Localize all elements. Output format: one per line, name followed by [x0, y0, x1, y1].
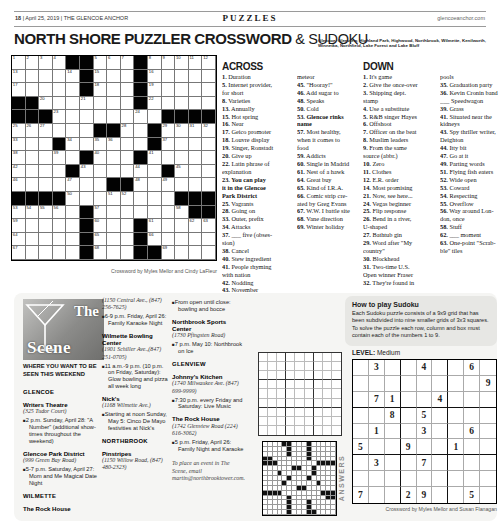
scene-event: Starting at noon Sunday, May 5: Cinco De… — [102, 411, 168, 432]
crossword-cell[interactable]: 23 — [53, 110, 67, 124]
crossword-cell[interactable] — [66, 83, 80, 97]
crossword-black-cell — [12, 110, 26, 124]
crossword-cell[interactable] — [94, 178, 108, 192]
crossword-cell[interactable] — [26, 83, 40, 97]
clue-line: 59. Addicts — [297, 152, 367, 160]
crossword-cell[interactable] — [162, 151, 176, 165]
crossword-cell[interactable]: 66 — [148, 233, 162, 247]
crossword-cell[interactable] — [162, 233, 176, 247]
crossword-cell[interactable]: 11 — [189, 56, 203, 70]
crossword-cell[interactable] — [107, 97, 121, 111]
crossword-cell[interactable]: 38 — [12, 151, 26, 165]
crossword-cell[interactable]: 47 — [66, 178, 80, 192]
crossword-cell[interactable]: 67 — [12, 246, 26, 260]
sudoku-cell[interactable] — [401, 424, 417, 440]
cell-number: 18 — [94, 83, 99, 87]
crossword-cell[interactable] — [175, 70, 189, 84]
crossword-cell[interactable]: 40 — [94, 151, 108, 165]
crossword-cell[interactable]: 14 — [66, 70, 80, 84]
crossword-cell[interactable] — [148, 206, 162, 220]
clue-line: 16. Near — [222, 120, 296, 128]
crossword-cell[interactable] — [202, 138, 216, 152]
sudoku-cell[interactable] — [464, 471, 480, 487]
sudoku-cell[interactable] — [401, 408, 417, 424]
crossword-cell[interactable]: 7 — [121, 56, 135, 70]
crossword-cell[interactable]: 49 — [162, 178, 176, 192]
crossword-cell[interactable]: 6 — [107, 56, 121, 70]
crossword-black-cell — [134, 246, 148, 260]
sudoku-cell — [277, 389, 286, 398]
clue-line: sion) — [222, 239, 296, 247]
crossword-cell[interactable]: 29 — [162, 124, 176, 138]
crossword-cell[interactable] — [26, 70, 40, 84]
crossword-cell[interactable] — [162, 83, 176, 97]
crossword-cell[interactable] — [53, 178, 67, 192]
sudoku-cell[interactable] — [385, 471, 401, 487]
crossword-cell[interactable]: 41 — [148, 151, 162, 165]
sudoku-cell[interactable] — [401, 376, 417, 392]
crossword-cell[interactable] — [26, 165, 40, 179]
sudoku-cell[interactable] — [417, 392, 433, 408]
crossword-cell[interactable]: 10 — [175, 56, 189, 70]
crossword-cell[interactable]: 32 — [202, 124, 216, 138]
sudoku-cell[interactable] — [353, 360, 369, 376]
crossword-cell[interactable] — [162, 192, 176, 206]
sudoku-given: 9 — [480, 376, 496, 392]
sudoku-cell[interactable] — [480, 408, 496, 424]
sudoku-cell[interactable] — [464, 392, 480, 408]
crossword-cell[interactable]: 60 — [94, 219, 108, 233]
crossword-cell[interactable]: 15 — [94, 70, 108, 84]
crossword-cell[interactable] — [39, 178, 53, 192]
sudoku-cell[interactable] — [464, 455, 480, 471]
sudoku-cell[interactable] — [385, 439, 401, 455]
clue-line: 44. Itty bit — [440, 144, 498, 152]
sudoku-cell[interactable] — [353, 392, 369, 408]
crossword-cell[interactable] — [26, 138, 40, 152]
crossword-cell[interactable] — [107, 233, 121, 247]
crossword-cell[interactable] — [26, 151, 40, 165]
crossword-cell[interactable] — [107, 206, 121, 220]
crossword-cell[interactable]: 65 — [94, 233, 108, 247]
crossword-cell[interactable] — [107, 246, 121, 260]
scene-city: GLENVIEW — [172, 361, 246, 368]
sudoku-cell — [314, 353, 323, 362]
crossword-cell[interactable] — [39, 165, 53, 179]
crossword-cell[interactable]: 58 — [175, 206, 189, 220]
crossword-cell[interactable]: 21 — [80, 97, 94, 111]
sudoku-cell[interactable] — [432, 471, 448, 487]
cell-number: 46 — [13, 178, 18, 182]
crossword-cell[interactable] — [39, 138, 53, 152]
crossword-cell[interactable] — [107, 219, 121, 233]
crossword-cell[interactable]: 43 — [80, 165, 94, 179]
crossword-cell[interactable] — [202, 83, 216, 97]
crossword-cell[interactable] — [121, 219, 135, 233]
crossword-cell[interactable]: 22 — [148, 97, 162, 111]
sudoku-cell[interactable] — [448, 424, 464, 440]
crossword-cell[interactable]: 18 — [94, 83, 108, 97]
crossword-cell[interactable] — [53, 165, 67, 179]
crossword-cell[interactable] — [53, 97, 67, 111]
crossword-cell[interactable] — [107, 151, 121, 165]
sudoku-cell — [305, 353, 314, 362]
clue-line: 5. R&B singer Hayes — [363, 113, 439, 121]
crossword-cell[interactable] — [66, 206, 80, 220]
crossword-cell[interactable] — [121, 138, 135, 152]
sudoku-cell[interactable] — [480, 360, 496, 376]
sudoku-cell[interactable] — [353, 376, 369, 392]
scene-venue: Northbrook Sports Center — [172, 318, 246, 333]
crossword-cell[interactable]: 17 — [12, 83, 26, 97]
crossword-cell[interactable] — [189, 83, 203, 97]
cell-number: 12 — [203, 56, 208, 60]
sudoku-cell[interactable] — [401, 471, 417, 487]
crossword-cell[interactable] — [175, 97, 189, 111]
sudoku-cell — [323, 371, 332, 380]
sudoku-cell[interactable] — [432, 408, 448, 424]
crossword-cell[interactable] — [189, 151, 203, 165]
sudoku-cell — [295, 426, 304, 435]
sudoku-cell — [259, 380, 268, 389]
crossword-black-cell — [80, 56, 94, 70]
sudoku-cell[interactable] — [432, 439, 448, 455]
crossword-cell[interactable]: 13 — [12, 70, 26, 84]
sudoku-cell[interactable] — [480, 424, 496, 440]
crossword-cell[interactable] — [39, 151, 53, 165]
crossword-cell[interactable]: 48 — [134, 178, 148, 192]
cell-number: 1 — [13, 56, 15, 60]
sudoku-cell — [286, 426, 295, 435]
sudoku-cell[interactable] — [432, 487, 448, 503]
crossword-cell[interactable] — [53, 124, 67, 138]
sudoku-cell[interactable] — [417, 471, 433, 487]
crossword-cell[interactable] — [80, 192, 94, 206]
crossword-cell[interactable]: 34 — [66, 138, 80, 152]
sudoku-cell[interactable] — [401, 360, 417, 376]
crossword-cell[interactable] — [202, 233, 216, 247]
crossword-black-cell — [80, 219, 94, 233]
cell-number: 32 — [203, 124, 208, 128]
crossword-cell[interactable] — [66, 233, 80, 247]
cell-number: 54 — [26, 206, 31, 210]
crossword-cell[interactable]: 25 — [12, 124, 26, 138]
crossword-cell[interactable] — [80, 178, 94, 192]
crossword-cell[interactable] — [162, 97, 176, 111]
crossword-cell[interactable]: 1 — [12, 56, 26, 70]
crossword-cell[interactable] — [148, 110, 162, 124]
crossword-cell[interactable] — [148, 165, 162, 179]
crossword-cell[interactable] — [80, 110, 94, 124]
crossword-cell[interactable]: 64 — [12, 233, 26, 247]
sudoku-cell[interactable] — [385, 376, 401, 392]
cell-number: 14 — [67, 70, 72, 74]
cell-number: 35 — [94, 138, 99, 142]
clue-line: ble" tiles — [440, 247, 498, 255]
sudoku-cell[interactable] — [480, 392, 496, 408]
crossword-cell[interactable]: 55 — [39, 206, 53, 220]
crossword-cell[interactable] — [134, 138, 148, 152]
sudoku-cell — [323, 399, 332, 408]
crossword-cell[interactable]: 52 — [121, 192, 135, 206]
crossword-cell[interactable] — [121, 206, 135, 220]
crossword-cell[interactable]: 2 — [26, 56, 40, 70]
sudoku-cell[interactable] — [353, 455, 369, 471]
scene-venue: The Rock House — [172, 415, 246, 422]
crossword-cell[interactable] — [80, 138, 94, 152]
crossword-cell[interactable] — [189, 233, 203, 247]
crossword-cell[interactable] — [107, 83, 121, 97]
crossword-cell[interactable] — [107, 165, 121, 179]
crossword-cell[interactable] — [39, 83, 53, 97]
crossword-cell[interactable] — [66, 110, 80, 124]
crossword-cell[interactable]: 50 — [66, 192, 80, 206]
crossword-cell[interactable]: 61 — [148, 219, 162, 233]
clue-line: 43. Spy thriller writer, — [440, 128, 498, 136]
crossword-cell[interactable] — [66, 97, 80, 111]
crossword-cell[interactable]: 5 — [94, 56, 108, 70]
crossword-cell[interactable] — [26, 233, 40, 247]
crossword-cell[interactable]: 68 — [94, 246, 108, 260]
crossword-cell[interactable]: 30 — [175, 124, 189, 138]
crossword-cell[interactable] — [53, 83, 67, 97]
crossword-cell[interactable] — [66, 246, 80, 260]
clue-line: explanation — [222, 168, 296, 176]
crossword-cell[interactable] — [66, 151, 80, 165]
sudoku-cell — [268, 380, 277, 389]
crossword-cell[interactable]: 62 — [189, 219, 203, 233]
cell-number: 16 — [149, 70, 154, 74]
sudoku-cell[interactable] — [353, 471, 369, 487]
crossword-cell[interactable] — [39, 219, 53, 233]
sudoku-cell[interactable] — [353, 408, 369, 424]
crossword-cell[interactable] — [202, 151, 216, 165]
crossword-cell[interactable]: 56 — [53, 206, 67, 220]
sudoku-cell[interactable] — [369, 487, 385, 503]
sudoku-given: 7 — [417, 455, 433, 471]
crossword-cell[interactable] — [202, 97, 216, 111]
crossword-cell[interactable]: 57 — [94, 206, 108, 220]
crossword-cell[interactable] — [94, 110, 108, 124]
cell-number: 55 — [40, 206, 45, 210]
crossword-cell[interactable]: 20 — [39, 97, 53, 111]
crossword-cell[interactable] — [66, 219, 80, 233]
clue-line: 47. Go at it — [440, 152, 498, 160]
sudoku-cell[interactable] — [385, 455, 401, 471]
sudoku-cell[interactable] — [369, 408, 385, 424]
crossword-cell[interactable] — [53, 233, 67, 247]
crossword-cell[interactable] — [175, 233, 189, 247]
sudoku-cell[interactable] — [369, 439, 385, 455]
crossword-cell[interactable] — [189, 97, 203, 111]
crossword-cell[interactable] — [26, 219, 40, 233]
crossword-cell[interactable] — [189, 178, 203, 192]
sudoku-cell — [305, 371, 314, 380]
crossword-cell[interactable]: 54 — [26, 206, 40, 220]
crossword-cell[interactable] — [39, 246, 53, 260]
crossword-cell[interactable] — [26, 178, 40, 192]
sudoku-cell[interactable] — [448, 392, 464, 408]
clue-line: when it comes to — [297, 136, 367, 144]
clue-line: source (abbr.) — [363, 152, 439, 160]
crossword-cell[interactable]: 16 — [148, 70, 162, 84]
crossword-cell[interactable] — [148, 192, 162, 206]
crossword-cell[interactable] — [121, 110, 135, 124]
sudoku-cell[interactable] — [369, 376, 385, 392]
crossword-cell[interactable]: 63 — [202, 219, 216, 233]
crossword-cell[interactable] — [202, 246, 216, 260]
scene-event: 7 p.m. May 10: Northbrook on Ice — [172, 341, 246, 355]
crossword-cell[interactable] — [189, 165, 203, 179]
crossword-cell[interactable]: 19 — [148, 83, 162, 97]
sudoku-cell — [259, 399, 268, 408]
sudoku-cell[interactable] — [401, 392, 417, 408]
crossword-cell[interactable] — [53, 70, 67, 84]
crossword-cell[interactable] — [53, 219, 67, 233]
cell-number: 57 — [94, 206, 99, 210]
crossword-cell[interactable] — [26, 246, 40, 260]
crossword-cell[interactable] — [162, 206, 176, 220]
sudoku-cell[interactable] — [385, 487, 401, 503]
crossword-cell[interactable] — [175, 151, 189, 165]
sudoku-cell[interactable] — [432, 424, 448, 440]
crossword-cell[interactable]: 46 — [12, 178, 26, 192]
sudoku-cell[interactable] — [369, 471, 385, 487]
crossword-cell[interactable]: 45 — [175, 165, 189, 179]
crossword-black-cell — [189, 110, 203, 124]
crossword-cell[interactable] — [134, 192, 148, 206]
sudoku-cell[interactable] — [464, 439, 480, 455]
sudoku-cell[interactable] — [432, 376, 448, 392]
scene-venue: The Rock House — [23, 505, 99, 512]
sudoku-cell[interactable] — [480, 455, 496, 471]
crossword-cell[interactable] — [189, 246, 203, 260]
crossword-cell[interactable] — [175, 83, 189, 97]
sudoku-cell[interactable] — [385, 360, 401, 376]
crossword-cell[interactable] — [80, 124, 94, 138]
crossword-cell[interactable]: 51 — [107, 192, 121, 206]
crossword-cell[interactable] — [202, 70, 216, 84]
crossword-cell[interactable] — [66, 124, 80, 138]
crossword-cell[interactable] — [148, 178, 162, 192]
sudoku-cell[interactable] — [448, 360, 464, 376]
crossword-cell[interactable]: 37 — [162, 138, 176, 152]
crossword-cell[interactable]: 8 — [148, 56, 162, 70]
crossword-cell[interactable]: 69 — [162, 246, 176, 260]
crossword-cell[interactable] — [121, 70, 135, 84]
sudoku-page-credit: Crossword by Myles Mellor and Susan Flan… — [300, 506, 497, 512]
scene-venue: Writers Theatre — [23, 401, 99, 408]
crossword-cell[interactable] — [121, 165, 135, 179]
crossword-cell[interactable] — [121, 233, 135, 247]
scene-event: 11 a.m.-9 p.m. (10 p.m. on Friday, Satur… — [102, 363, 168, 390]
crossword-cell[interactable]: 44 — [134, 165, 148, 179]
crossword-black-cell — [175, 110, 189, 124]
crossword-cell[interactable] — [189, 70, 203, 84]
sudoku-cell[interactable] — [448, 376, 464, 392]
sudoku-cell[interactable] — [448, 471, 464, 487]
clue-line: 48. Speaks — [297, 97, 367, 105]
sudoku-cell[interactable] — [432, 455, 448, 471]
crossword-cell[interactable]: 31 — [189, 124, 203, 138]
crossword-cell[interactable] — [202, 165, 216, 179]
crossword-cell[interactable] — [39, 70, 53, 84]
sudoku-cell[interactable] — [417, 376, 433, 392]
crossword-cell[interactable] — [134, 124, 148, 138]
crossword-cell[interactable] — [175, 219, 189, 233]
crossword-cell[interactable] — [175, 178, 189, 192]
crossword-cell[interactable] — [107, 110, 121, 124]
crossword-cell[interactable] — [121, 97, 135, 111]
crossword-cell[interactable]: 36 — [107, 138, 121, 152]
crossword-cell[interactable]: 3 — [39, 56, 53, 70]
sudoku-cell[interactable] — [448, 408, 464, 424]
sudoku-cell[interactable] — [448, 455, 464, 471]
sudoku-cell — [323, 362, 332, 371]
crossword-cell[interactable] — [175, 138, 189, 152]
sudoku-cell[interactable] — [353, 424, 369, 440]
crossword-cell[interactable]: 27 — [39, 124, 53, 138]
cell-number: 42 — [13, 165, 18, 169]
crossword-cell[interactable]: 42 — [12, 165, 26, 179]
crossword-cell[interactable] — [162, 70, 176, 84]
crossword-cell[interactable]: 4 — [53, 56, 67, 70]
crossword-cell[interactable] — [121, 83, 135, 97]
crossword-cell[interactable]: 59 — [12, 219, 26, 233]
crossword-cell[interactable] — [53, 246, 67, 260]
crossword-cell[interactable] — [121, 246, 135, 260]
crossword-black-cell — [80, 70, 94, 84]
sudoku-cell — [332, 380, 341, 389]
crossword-cell[interactable]: 39 — [53, 151, 67, 165]
crossword-cell[interactable]: 12 — [202, 56, 216, 70]
sudoku-cell[interactable] — [480, 439, 496, 455]
crossword-cell[interactable] — [107, 70, 121, 84]
cell-number: 38 — [13, 151, 18, 155]
crossword-cell[interactable] — [175, 246, 189, 260]
crossword-cell[interactable]: 9 — [162, 56, 176, 70]
crossword-cell[interactable] — [162, 219, 176, 233]
sudoku-cell[interactable] — [385, 424, 401, 440]
crossword-cell[interactable]: 24 — [134, 110, 148, 124]
crossword-cell[interactable] — [94, 165, 108, 179]
crossword-cell[interactable] — [94, 192, 108, 206]
crossword-cell[interactable] — [134, 206, 148, 220]
sudoku-cell[interactable] — [464, 376, 480, 392]
sudoku-cell[interactable] — [432, 360, 448, 376]
crossword-cell[interactable]: 35 — [94, 138, 108, 152]
crossword-cell[interactable]: 33 — [12, 138, 26, 152]
crossword-cell[interactable] — [39, 233, 53, 247]
clue-line: 30. Blockhead — [363, 255, 439, 263]
sudoku-cell[interactable] — [448, 487, 464, 503]
sudoku-cell[interactable] — [480, 487, 496, 503]
crossword-cell[interactable]: 26 — [26, 124, 40, 138]
scene-col2: (1150 Central Ave., (847) 256-7625)6-9 p… — [102, 297, 168, 471]
clue-line: 53. Glencoe rinks — [297, 113, 367, 121]
sudoku-cell[interactable] — [417, 439, 433, 455]
crossword-cell[interactable]: 28 — [121, 124, 135, 138]
crossword-cell[interactable] — [94, 97, 108, 111]
sudoku-cell[interactable] — [401, 455, 417, 471]
sudoku-cell[interactable] — [480, 471, 496, 487]
crossword-cell[interactable] — [189, 138, 203, 152]
scene-event: 5 p.m. Friday, April 26: Family Night an… — [172, 439, 246, 453]
sudoku-cell[interactable] — [464, 408, 480, 424]
crossword-cell[interactable] — [202, 178, 216, 192]
crossword-cell[interactable] — [121, 151, 135, 165]
crossword-cell[interactable]: 53 — [12, 206, 26, 220]
